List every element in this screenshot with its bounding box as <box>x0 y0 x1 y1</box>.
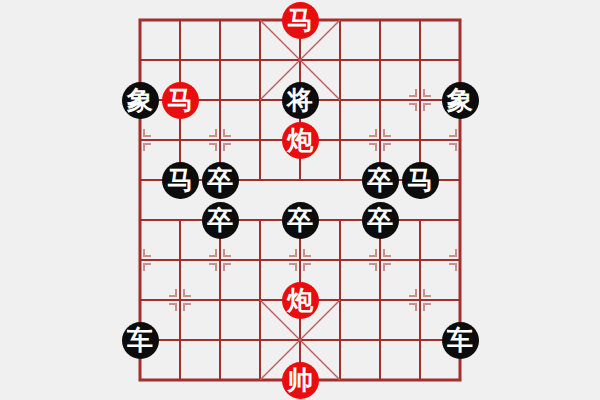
piece-black-chariot[interactable]: 车 <box>442 322 479 359</box>
piece-black-soldier[interactable]: 卒 <box>202 202 239 239</box>
piece-red-horse[interactable]: 马 <box>282 2 319 39</box>
piece-black-soldier[interactable]: 卒 <box>202 162 239 199</box>
piece-black-soldier[interactable]: 卒 <box>362 202 399 239</box>
xiangqi-board: 马象马将象炮马卒卒马卒卒卒炮车车帅 <box>0 0 600 400</box>
piece-black-soldier[interactable]: 卒 <box>282 202 319 239</box>
piece-red-cannon[interactable]: 炮 <box>282 282 319 319</box>
piece-black-general[interactable]: 将 <box>282 82 319 119</box>
pieces-layer: 马象马将象炮马卒卒马卒卒卒炮车车帅 <box>0 0 600 400</box>
piece-black-horse[interactable]: 马 <box>402 162 439 199</box>
piece-black-elephant[interactable]: 象 <box>122 82 159 119</box>
piece-black-chariot[interactable]: 车 <box>122 322 159 359</box>
piece-red-cannon[interactable]: 炮 <box>282 122 319 159</box>
piece-red-horse[interactable]: 马 <box>162 82 199 119</box>
piece-black-horse[interactable]: 马 <box>162 162 199 199</box>
piece-red-general[interactable]: 帅 <box>282 362 319 399</box>
piece-black-soldier[interactable]: 卒 <box>362 162 399 199</box>
piece-black-elephant[interactable]: 象 <box>442 82 479 119</box>
